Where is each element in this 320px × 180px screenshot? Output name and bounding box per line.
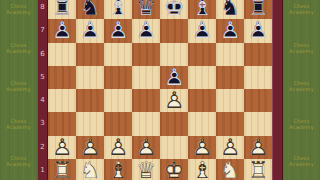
piece-black-bishop-outline: ♗ <box>104 0 132 19</box>
watermark-line2: Academy <box>0 9 37 15</box>
chess-academy-watermark: ChessAcademy <box>283 80 320 92</box>
piece-black-pawn: ♟ <box>244 19 272 42</box>
watermark-line2: Academy <box>0 48 37 54</box>
piece-black-king-outline: ♔ <box>160 0 188 19</box>
square-h6[interactable] <box>244 43 272 66</box>
square-a1[interactable]: ♜♖ <box>48 159 76 180</box>
piece-white-queen-outline: ♕ <box>132 159 160 180</box>
piece-white-rook: ♜ <box>244 159 272 180</box>
watermark-line2: Academy <box>283 161 320 167</box>
square-d5[interactable] <box>132 66 160 89</box>
piece-white-bishop-outline: ♗ <box>104 159 132 180</box>
piece-black-pawn-outline: ♙ <box>104 19 132 42</box>
square-f6[interactable] <box>188 43 216 66</box>
square-g5[interactable] <box>216 66 244 89</box>
square-e3[interactable] <box>160 112 188 135</box>
watermark-line2: Academy <box>283 48 320 54</box>
square-b7[interactable]: ♟♙ <box>76 19 104 42</box>
piece-black-queen-outline: ♕ <box>132 0 160 19</box>
square-c3[interactable] <box>104 112 132 135</box>
piece-black-pawn: ♟ <box>216 19 244 42</box>
piece-black-knight: ♞ <box>216 0 244 19</box>
watermark-line2: Academy <box>283 86 320 92</box>
piece-white-pawn: ♟ <box>244 136 272 159</box>
rank-label-3: 3 <box>38 112 47 135</box>
right-side-panel: ChessAcademyChessAcademyChessAcademyChes… <box>283 0 320 180</box>
piece-black-knight: ♞ <box>76 0 104 19</box>
piece-black-knight-outline: ♘ <box>76 0 104 19</box>
piece-white-rook: ♜ <box>48 159 76 180</box>
piece-white-pawn: ♟ <box>48 136 76 159</box>
piece-black-knight-outline: ♘ <box>216 0 244 19</box>
piece-white-pawn-outline: ♙ <box>104 136 132 159</box>
rank-label-8: 8 <box>38 0 47 19</box>
square-e6[interactable] <box>160 43 188 66</box>
square-h1[interactable]: ♜♖ <box>244 159 272 180</box>
square-a7[interactable]: ♟♙ <box>48 19 76 42</box>
rank-label-2: 2 <box>38 136 47 159</box>
square-d8[interactable]: ♛♕ <box>132 0 160 19</box>
square-e1[interactable]: ♚♔ <box>160 159 188 180</box>
square-f5[interactable] <box>188 66 216 89</box>
square-e2[interactable] <box>160 136 188 159</box>
piece-black-rook: ♜ <box>244 0 272 19</box>
square-a2[interactable]: ♟♙ <box>48 136 76 159</box>
piece-black-pawn-outline: ♙ <box>216 19 244 42</box>
chess-academy-watermark: ChessAcademy <box>0 118 37 130</box>
piece-white-pawn: ♟ <box>104 136 132 159</box>
chess-academy-watermark: ChessAcademy <box>283 42 320 54</box>
piece-white-pawn-outline: ♙ <box>132 136 160 159</box>
square-b1[interactable]: ♞♘ <box>76 159 104 180</box>
piece-white-bishop-outline: ♗ <box>188 159 216 180</box>
piece-white-pawn-outline: ♙ <box>216 136 244 159</box>
square-e4[interactable]: ♟♙ <box>160 89 188 112</box>
rank-label-7: 7 <box>38 19 47 42</box>
square-h8[interactable]: ♜♖ <box>244 0 272 19</box>
watermark-line2: Academy <box>0 124 37 130</box>
square-f7[interactable]: ♟♙ <box>188 19 216 42</box>
square-a8[interactable]: ♜♖ <box>48 0 76 19</box>
piece-white-pawn-outline: ♙ <box>48 136 76 159</box>
square-c8[interactable]: ♝♗ <box>104 0 132 19</box>
piece-white-king: ♚ <box>160 159 188 180</box>
piece-white-queen: ♛ <box>132 159 160 180</box>
square-d3[interactable] <box>132 112 160 135</box>
square-d6[interactable] <box>132 43 160 66</box>
square-b2[interactable]: ♟♙ <box>76 136 104 159</box>
rank-label-1: 1 <box>38 159 47 180</box>
piece-white-bishop: ♝ <box>104 159 132 180</box>
piece-white-pawn: ♟ <box>132 136 160 159</box>
square-b5[interactable] <box>76 66 104 89</box>
piece-white-pawn: ♟ <box>76 136 104 159</box>
square-d1[interactable]: ♛♕ <box>132 159 160 180</box>
square-a5[interactable] <box>48 66 76 89</box>
square-b3[interactable] <box>76 112 104 135</box>
piece-white-pawn-outline: ♙ <box>244 136 272 159</box>
square-e8[interactable]: ♚♔ <box>160 0 188 19</box>
square-b4[interactable] <box>76 89 104 112</box>
square-h4[interactable] <box>244 89 272 112</box>
piece-white-knight-outline: ♘ <box>216 159 244 180</box>
rank-label-5: 5 <box>38 66 47 89</box>
piece-white-pawn-outline: ♙ <box>76 136 104 159</box>
chess-academy-watermark: ChessAcademy <box>283 155 320 167</box>
piece-black-pawn: ♟ <box>188 19 216 42</box>
square-c6[interactable] <box>104 43 132 66</box>
chess-app-screen: ChessAcademyChessAcademyChessAcademyChes… <box>0 0 320 180</box>
piece-black-bishop: ♝ <box>104 0 132 19</box>
piece-black-rook-outline: ♖ <box>244 0 272 19</box>
piece-white-rook-outline: ♖ <box>48 159 76 180</box>
square-c2[interactable]: ♟♙ <box>104 136 132 159</box>
piece-white-pawn: ♟ <box>216 136 244 159</box>
square-g7[interactable]: ♟♙ <box>216 19 244 42</box>
square-h5[interactable] <box>244 66 272 89</box>
square-f3[interactable] <box>188 112 216 135</box>
chess-academy-watermark: ChessAcademy <box>0 155 37 167</box>
square-g6[interactable] <box>216 43 244 66</box>
square-g3[interactable] <box>216 112 244 135</box>
piece-black-pawn: ♟ <box>132 19 160 42</box>
piece-black-king: ♚ <box>160 0 188 19</box>
chess-academy-watermark: ChessAcademy <box>0 42 37 54</box>
square-d2[interactable]: ♟♙ <box>132 136 160 159</box>
square-f2[interactable]: ♟♙ <box>188 136 216 159</box>
piece-white-knight-outline: ♘ <box>76 159 104 180</box>
square-f1[interactable]: ♝♗ <box>188 159 216 180</box>
piece-white-pawn: ♟ <box>188 136 216 159</box>
piece-white-bishop: ♝ <box>188 159 216 180</box>
square-g2[interactable]: ♟♙ <box>216 136 244 159</box>
square-h7[interactable]: ♟♙ <box>244 19 272 42</box>
watermark-line2: Academy <box>283 124 320 130</box>
square-c5[interactable] <box>104 66 132 89</box>
square-d4[interactable] <box>132 89 160 112</box>
square-e7[interactable] <box>160 19 188 42</box>
square-a6[interactable] <box>48 43 76 66</box>
square-g1[interactable]: ♞♘ <box>216 159 244 180</box>
rank-label-4: 4 <box>38 89 47 112</box>
rank-label-6: 6 <box>38 43 47 66</box>
piece-black-pawn: ♟ <box>160 66 188 89</box>
right-border-rail <box>272 0 283 180</box>
chess-board: ♜♖♞♘♝♗♛♕♚♔♝♗♞♘♜♖♟♙♟♙♟♙♟♙♟♙♟♙♟♙♟♙♟♙♟♙♟♙♟♙… <box>48 0 272 180</box>
piece-white-rook-outline: ♖ <box>244 159 272 180</box>
square-h3[interactable] <box>244 112 272 135</box>
rank-labels-rail: 87654321 <box>37 0 48 180</box>
piece-black-bishop-outline: ♗ <box>188 0 216 19</box>
piece-white-knight: ♞ <box>76 159 104 180</box>
piece-white-king-outline: ♔ <box>160 159 188 180</box>
square-b6[interactable] <box>76 43 104 66</box>
piece-black-rook: ♜ <box>48 0 76 19</box>
square-g4[interactable] <box>216 89 244 112</box>
piece-white-pawn-outline: ♙ <box>160 89 188 112</box>
left-side-panel: ChessAcademyChessAcademyChessAcademyChes… <box>0 0 37 180</box>
square-g8[interactable]: ♞♘ <box>216 0 244 19</box>
piece-black-pawn: ♟ <box>104 19 132 42</box>
chess-academy-watermark: ChessAcademy <box>283 3 320 15</box>
piece-black-queen: ♛ <box>132 0 160 19</box>
piece-black-pawn-outline: ♙ <box>48 19 76 42</box>
chess-academy-watermark: ChessAcademy <box>283 118 320 130</box>
square-a4[interactable] <box>48 89 76 112</box>
watermark-line2: Academy <box>283 9 320 15</box>
piece-black-pawn-outline: ♙ <box>76 19 104 42</box>
piece-black-pawn-outline: ♙ <box>188 19 216 42</box>
square-d7[interactable]: ♟♙ <box>132 19 160 42</box>
square-f4[interactable] <box>188 89 216 112</box>
piece-black-pawn-outline: ♙ <box>132 19 160 42</box>
piece-black-pawn: ♟ <box>76 19 104 42</box>
square-h2[interactable]: ♟♙ <box>244 136 272 159</box>
piece-white-pawn: ♟ <box>160 89 188 112</box>
square-c1[interactable]: ♝♗ <box>104 159 132 180</box>
piece-black-pawn-outline: ♙ <box>244 19 272 42</box>
square-f8[interactable]: ♝♗ <box>188 0 216 19</box>
piece-black-rook-outline: ♖ <box>48 0 76 19</box>
chess-academy-watermark: ChessAcademy <box>0 80 37 92</box>
square-e5[interactable]: ♟♙ <box>160 66 188 89</box>
piece-black-pawn-outline: ♙ <box>160 66 188 89</box>
square-c7[interactable]: ♟♙ <box>104 19 132 42</box>
watermark-line2: Academy <box>0 86 37 92</box>
piece-white-pawn-outline: ♙ <box>188 136 216 159</box>
square-a3[interactable] <box>48 112 76 135</box>
piece-black-pawn: ♟ <box>48 19 76 42</box>
piece-black-bishop: ♝ <box>188 0 216 19</box>
watermark-line2: Academy <box>0 161 37 167</box>
chess-academy-watermark: ChessAcademy <box>0 3 37 15</box>
square-b8[interactable]: ♞♘ <box>76 0 104 19</box>
square-c4[interactable] <box>104 89 132 112</box>
piece-white-knight: ♞ <box>216 159 244 180</box>
